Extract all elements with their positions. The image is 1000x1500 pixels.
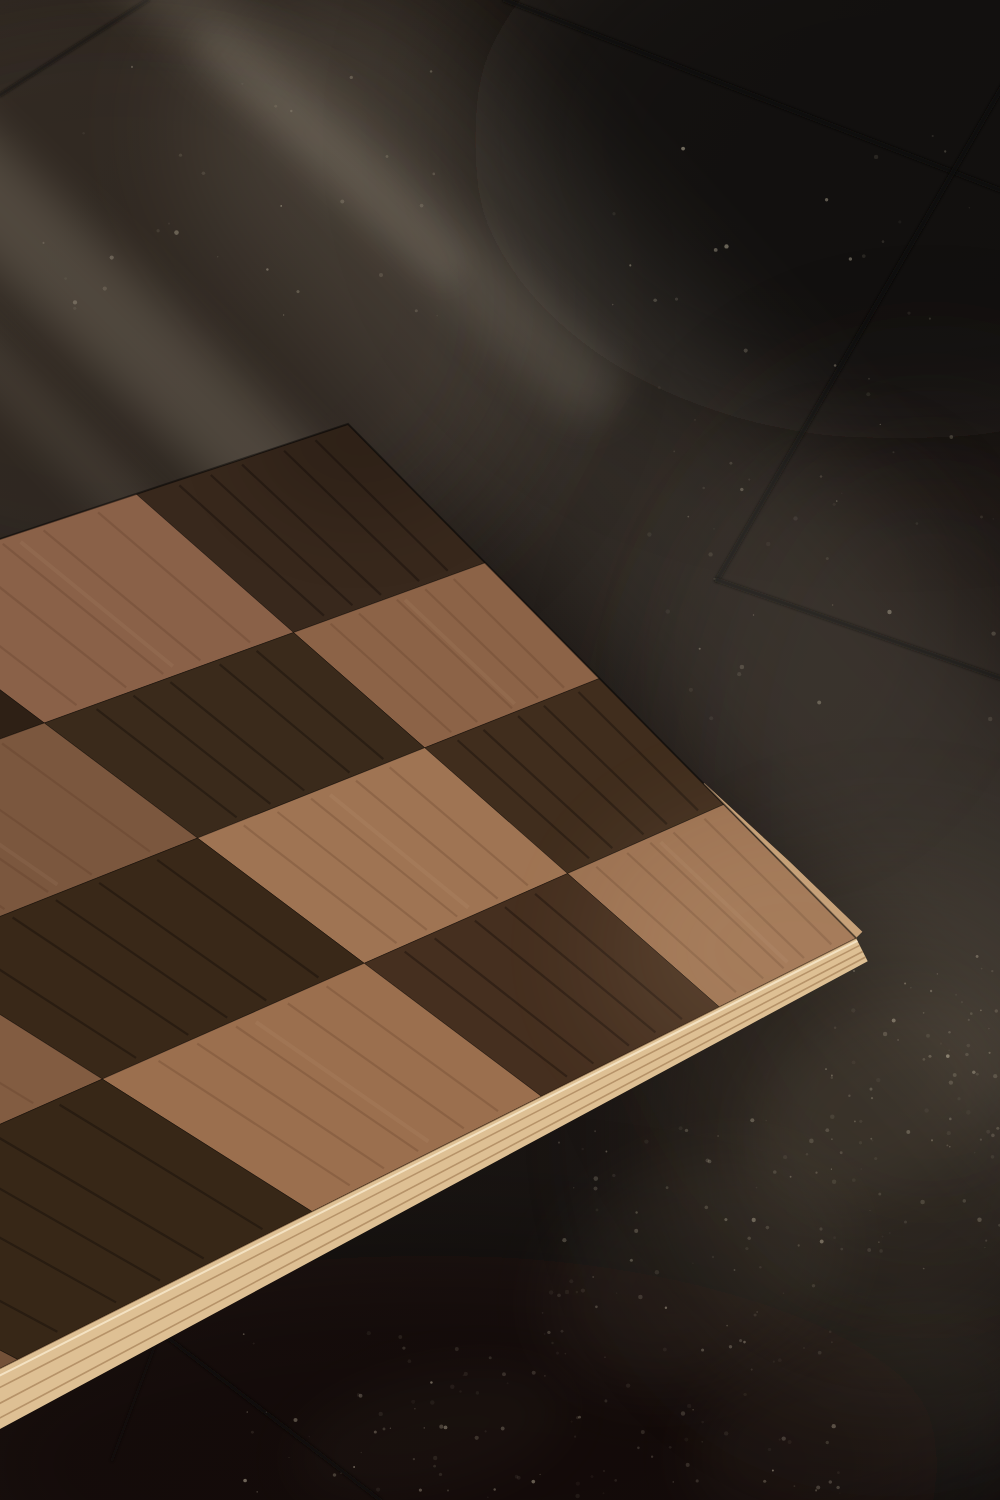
dust-speck (542, 1312, 544, 1314)
dust-speck (734, 1269, 736, 1271)
dust-speck (557, 1293, 561, 1297)
dust-speck (984, 1247, 985, 1248)
dust-speck (681, 147, 685, 151)
dust-speck (744, 349, 748, 353)
dust-speck (702, 487, 705, 490)
dust-speck (605, 1151, 607, 1153)
photo-scene (0, 0, 1000, 1500)
dust-speck (882, 240, 885, 243)
dust-speck (974, 1152, 976, 1154)
dust-speck (444, 1426, 448, 1430)
dust-speck (946, 1144, 948, 1146)
dust-speck (709, 716, 713, 720)
dust-speck (419, 1488, 422, 1491)
dust-speck (290, 110, 292, 112)
dust-speck (402, 1346, 405, 1349)
dust-speck (420, 204, 424, 208)
dust-speck (737, 672, 741, 676)
dust-speck (502, 1372, 506, 1376)
dust-speck (156, 229, 159, 232)
dust-speck (549, 1290, 553, 1294)
dust-speck (455, 1347, 459, 1351)
dust-speck (684, 1438, 688, 1442)
dust-speck (713, 578, 715, 580)
dust-speck (992, 518, 994, 520)
dust-speck (562, 1238, 566, 1242)
dust-speck (576, 1291, 579, 1294)
dust-speck (672, 1481, 674, 1483)
dust-speck (459, 1390, 462, 1393)
dust-speck (463, 1374, 465, 1376)
dust-speck (870, 1138, 872, 1140)
dust-speck (862, 254, 866, 258)
dust-speck (673, 451, 675, 453)
dust-speck (293, 1418, 297, 1422)
dust-speck (829, 1330, 832, 1333)
dust-speck (946, 1054, 950, 1058)
dust-speck (729, 1345, 732, 1348)
dust-speck (793, 1485, 795, 1487)
dust-speck (701, 1441, 703, 1443)
dust-speck (687, 1404, 691, 1408)
dust-speck (694, 419, 696, 421)
dust-speck (991, 1155, 995, 1159)
dust-speck (696, 1479, 699, 1482)
dust-speck (832, 1424, 836, 1428)
dust-speck (968, 1019, 970, 1021)
dust-speck (831, 1341, 833, 1343)
dust-speck (750, 1118, 754, 1122)
dust-speck (42, 242, 44, 244)
dust-speck (692, 1409, 693, 1410)
dust-speck (251, 1431, 254, 1434)
dust-speck (907, 311, 910, 314)
dust-speck (831, 1168, 832, 1169)
dust-speck (602, 1492, 604, 1494)
dust-speck (424, 1427, 426, 1429)
dust-speck (852, 1060, 856, 1064)
dust-speck (739, 1339, 742, 1342)
dust-speck (910, 987, 911, 988)
dust-speck (788, 1440, 792, 1444)
dust-speck (726, 1325, 728, 1327)
dust-speck (874, 155, 878, 159)
dust-speck (809, 1139, 814, 1144)
dust-speck (638, 1295, 643, 1300)
dust-speck (635, 1211, 637, 1213)
dust-speck (876, 1078, 880, 1082)
dust-speck (82, 132, 84, 134)
dust-speck (637, 1446, 640, 1449)
dust-speck (296, 290, 299, 293)
dust-speck (976, 1073, 979, 1076)
dust-speck (432, 173, 435, 176)
dust-speck (64, 277, 67, 280)
dust-speck (866, 392, 870, 396)
dust-speck (783, 1292, 785, 1294)
dust-speck (965, 1053, 969, 1057)
dust-speck (266, 268, 268, 270)
dust-speck (829, 1480, 833, 1484)
dust-speck (892, 1018, 896, 1022)
dust-speck (340, 1473, 341, 1474)
dust-speck (832, 604, 834, 606)
dust-speck (179, 154, 182, 157)
dust-speck (614, 1479, 617, 1482)
dust-speck (439, 1473, 442, 1476)
dust-speck (991, 631, 995, 635)
dust-speck (926, 1034, 930, 1038)
dust-speck (953, 1073, 957, 1077)
dust-speck (685, 1129, 688, 1132)
dust-speck (949, 435, 953, 439)
dust-speck (961, 1001, 963, 1003)
dust-speck (701, 1421, 704, 1424)
dust-speck (558, 1141, 560, 1143)
dust-speck (333, 1473, 337, 1477)
dust-speck (641, 1430, 645, 1434)
dust-speck (376, 1487, 380, 1491)
dust-speck (651, 1456, 653, 1458)
dust-speck (825, 1068, 827, 1070)
dust-speck (871, 1139, 873, 1141)
dust-speck (565, 1353, 567, 1355)
dust-speck (871, 1097, 873, 1099)
dust-speck (817, 701, 821, 705)
dust-speck (839, 1492, 840, 1493)
dust-speck (131, 66, 133, 68)
dust-speck (532, 1371, 536, 1375)
dust-speck (489, 1356, 492, 1359)
dust-speck (590, 1475, 593, 1478)
dust-speck (686, 1463, 690, 1467)
dust-speck (955, 994, 957, 996)
dust-speck (386, 155, 389, 158)
dust-speck (834, 364, 837, 367)
dust-speck (708, 552, 712, 556)
dust-speck (666, 1186, 669, 1189)
dust-speck (970, 1012, 973, 1015)
dust-speck (415, 309, 418, 312)
dust-speck (867, 1248, 871, 1252)
dust-speck (825, 1128, 829, 1132)
dust-speck (754, 1313, 757, 1316)
dust-speck (360, 1452, 362, 1454)
dust-speck (752, 1218, 756, 1222)
dust-speck (878, 1241, 880, 1243)
dust-speck (880, 424, 881, 425)
dust-speck (612, 212, 615, 215)
dust-speck (612, 1174, 615, 1177)
dust-speck (868, 378, 870, 380)
dust-speck (923, 1012, 925, 1014)
dust-speck (766, 542, 770, 546)
dust-speck (253, 1342, 255, 1344)
dust-speck (986, 1130, 990, 1134)
dust-speck (928, 1055, 931, 1058)
dust-speck (753, 614, 754, 615)
dust-speck (878, 1193, 881, 1196)
dust-speck (647, 532, 651, 536)
dust-speck (390, 1427, 391, 1428)
dust-speck (887, 610, 891, 614)
scene-svg (0, 0, 1000, 1500)
dust-speck (869, 1088, 872, 1091)
dust-speck (743, 1341, 746, 1344)
dust-speck (904, 982, 906, 984)
dust-speck (475, 1436, 479, 1440)
dust-speck (712, 1256, 715, 1259)
dust-speck (803, 1347, 805, 1349)
dust-speck (972, 1070, 976, 1074)
dust-speck (663, 1348, 667, 1352)
dust-speck (768, 1448, 772, 1452)
dust-speck (879, 1249, 883, 1253)
dust-speck (174, 230, 179, 235)
dust-speck (433, 1465, 436, 1468)
dust-speck (773, 1170, 777, 1174)
dust-speck (834, 1026, 837, 1029)
dust-speck (980, 1139, 982, 1141)
dust-speck (103, 286, 107, 290)
dust-speck (374, 1430, 377, 1433)
dust-speck (831, 1138, 833, 1140)
dust-speck (836, 1486, 839, 1489)
dust-speck (539, 1474, 540, 1475)
dust-speck (679, 1126, 683, 1130)
dust-speck (930, 990, 932, 992)
dust-speck (981, 968, 983, 970)
dust-speck (713, 528, 715, 530)
dust-speck (450, 1385, 455, 1390)
dust-speck (923, 1058, 926, 1061)
dust-speck (944, 150, 946, 152)
dust-speck (793, 516, 797, 520)
dust-speck (699, 648, 701, 650)
dust-speck (991, 970, 993, 972)
dust-speck (916, 522, 919, 525)
dust-speck (687, 516, 689, 518)
dust-speck (274, 105, 277, 108)
dust-speck (778, 1358, 782, 1362)
dust-speck (398, 1335, 402, 1339)
dust-speck (629, 264, 631, 266)
dust-speck (288, 1457, 289, 1458)
dust-speck (949, 1146, 951, 1148)
dust-speck (989, 1052, 991, 1054)
dust-speck (806, 1153, 808, 1155)
dust-speck (853, 970, 855, 972)
dust-speck (665, 1307, 667, 1309)
dust-speck (485, 1430, 487, 1432)
dust-speck (837, 1471, 840, 1474)
dust-speck (634, 1229, 638, 1233)
dust-speck (898, 220, 901, 223)
dust-speck (948, 1031, 950, 1033)
dust-speck (743, 1393, 746, 1396)
dust-speck (531, 1480, 535, 1484)
dust-speck (995, 1009, 999, 1013)
dust-speck (940, 1043, 942, 1045)
dust-speck (359, 1394, 363, 1398)
dust-speck (241, 83, 243, 85)
dust-speck (411, 1400, 415, 1404)
dust-speck (836, 500, 838, 502)
dust-speck (576, 1481, 580, 1485)
dust-speck (765, 1120, 766, 1121)
dust-speck (413, 1458, 415, 1460)
dust-speck (937, 973, 939, 975)
dust-speck (653, 298, 657, 302)
dust-speck (747, 1237, 751, 1241)
dust-speck (932, 135, 934, 137)
dust-speck (724, 244, 728, 248)
dust-speck (962, 1199, 966, 1203)
dust-speck (977, 1218, 981, 1222)
dust-speck (924, 1108, 929, 1113)
dust-speck (897, 1039, 899, 1041)
dust-speck (773, 1361, 775, 1363)
dust-speck (430, 1400, 435, 1405)
dust-speck (966, 1110, 971, 1115)
dust-speck (985, 1240, 987, 1242)
dust-speck (367, 1331, 371, 1335)
dust-speck (581, 1288, 585, 1292)
dust-speck (379, 273, 383, 277)
dust-speck (243, 1333, 245, 1335)
dust-speck (748, 479, 750, 481)
dust-speck (596, 1209, 599, 1212)
dust-speck (675, 297, 678, 300)
dust-speck (831, 1076, 834, 1079)
dust-speck (246, 1411, 248, 1413)
dust-speck (681, 1411, 685, 1415)
dust-speck (594, 1176, 599, 1181)
dust-speck (920, 1200, 925, 1205)
dust-speck (378, 1412, 382, 1416)
dust-speck (756, 1187, 758, 1189)
dust-speck (574, 1436, 576, 1438)
dust-speck (689, 688, 693, 692)
dust-speck (980, 1009, 982, 1011)
dust-speck (383, 1427, 386, 1430)
dust-speck (644, 1139, 648, 1143)
dust-speck (714, 248, 718, 252)
dust-speck (851, 1008, 855, 1012)
dust-speck (798, 1244, 800, 1246)
dust-speck (949, 1080, 953, 1084)
dust-speck (783, 1155, 787, 1159)
dust-speck (859, 1141, 862, 1144)
dust-speck (724, 1431, 728, 1435)
dust-speck (949, 1118, 952, 1121)
dust-speck (883, 1032, 887, 1036)
dust-speck (751, 1369, 753, 1371)
dust-speck (779, 1439, 781, 1441)
dust-speck (73, 307, 76, 310)
dust-speck (923, 1268, 925, 1270)
dust-speck (256, 1491, 258, 1493)
dust-speck (980, 515, 983, 518)
dust-speck (561, 1330, 564, 1333)
dust-speck (705, 1159, 709, 1163)
dust-speck (740, 488, 743, 491)
dust-speck (436, 315, 438, 317)
dust-speck (815, 1489, 817, 1491)
dust-speck (595, 1305, 598, 1308)
dust-speck (889, 1232, 891, 1234)
dust-speck (551, 1342, 554, 1345)
dust-speck (860, 1168, 861, 1169)
dust-speck (350, 76, 353, 79)
dust-speck (976, 955, 979, 958)
dust-speck (283, 314, 284, 315)
dust-speck (604, 1356, 605, 1357)
dust-speck (763, 1480, 766, 1483)
dust-speck (507, 1382, 509, 1384)
dust-speck (833, 503, 836, 506)
dust-speck (825, 198, 828, 201)
dust-speck (812, 1284, 816, 1288)
dust-speck (840, 1248, 843, 1251)
dust-speck (630, 1259, 633, 1262)
dust-speck (308, 1436, 310, 1438)
dust-speck (626, 1383, 630, 1387)
dust-speck (882, 1236, 884, 1238)
dust-speck (745, 1247, 748, 1250)
dust-speck (581, 1148, 584, 1151)
dust-speck (570, 1421, 572, 1423)
dust-speck (988, 1028, 990, 1030)
dust-speck (859, 1120, 862, 1123)
dust-speck (544, 1333, 546, 1335)
dust-speck (493, 1488, 495, 1490)
dust-speck (833, 1236, 836, 1239)
dust-speck (840, 1151, 843, 1154)
dust-speck (869, 1210, 870, 1211)
dust-speck (826, 557, 829, 560)
dust-speck (547, 1331, 550, 1334)
dust-speck (168, 222, 170, 224)
dust-speck (592, 1276, 594, 1278)
dust-speck (993, 1074, 997, 1078)
dust-speck (848, 1095, 850, 1097)
dust-speck (612, 304, 614, 306)
dust-speck (790, 1176, 792, 1178)
dust-speck (729, 462, 732, 465)
dust-speck (217, 256, 218, 257)
dust-speck (826, 1441, 829, 1444)
dust-speck (724, 1218, 727, 1221)
dust-speck (576, 1416, 579, 1419)
dust-speck (906, 1130, 910, 1134)
dust-speck (740, 665, 745, 670)
dust-speck (852, 1178, 856, 1182)
dust-speck (701, 1348, 704, 1351)
dust-speck (243, 1479, 247, 1483)
dust-speck (280, 205, 282, 207)
dust-speck (854, 1120, 856, 1122)
dust-speck (573, 1187, 575, 1189)
dust-speck (658, 386, 661, 389)
dust-speck (819, 1227, 822, 1230)
dust-speck (430, 70, 432, 72)
dust-speck (517, 1476, 521, 1480)
dust-speck (340, 199, 344, 203)
dust-speck (110, 255, 114, 259)
dust-speck (616, 1292, 618, 1294)
dust-speck (830, 1114, 835, 1119)
